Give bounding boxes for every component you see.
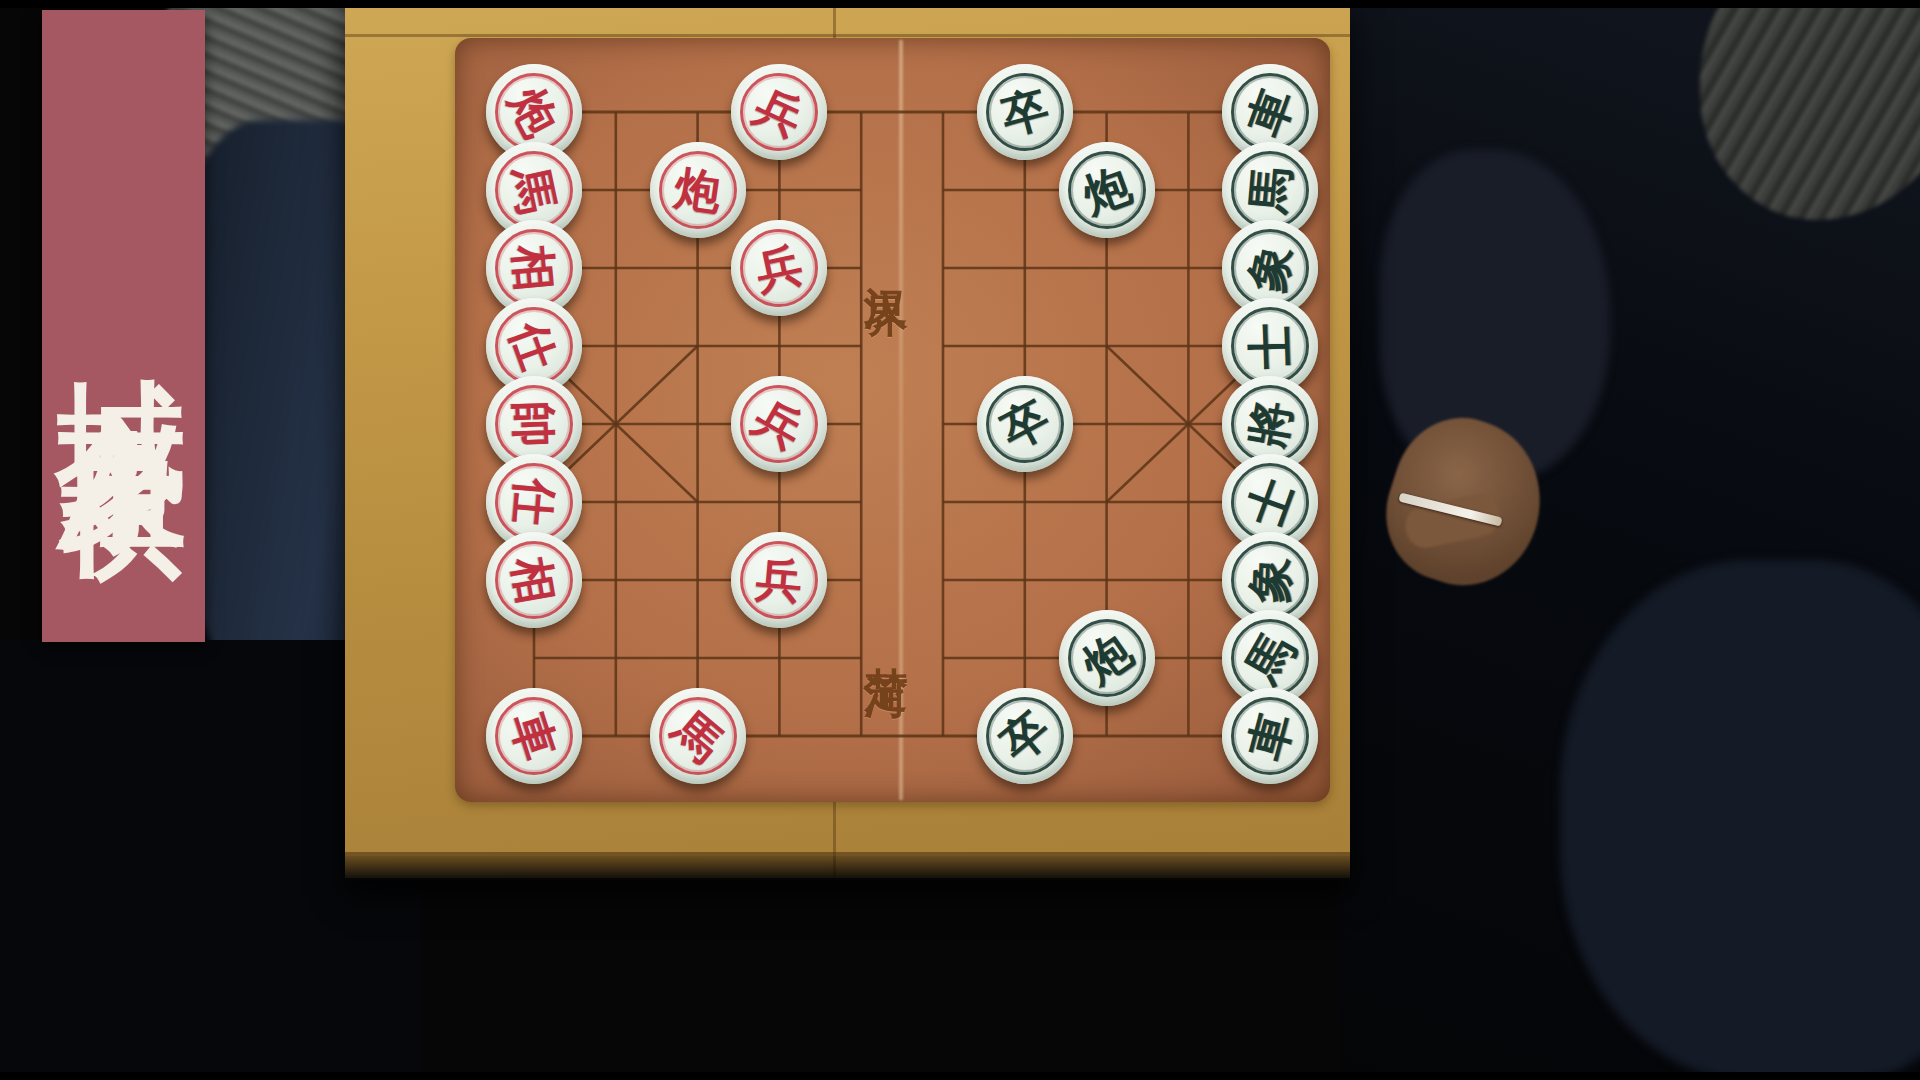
piece-red-soldier[interactable]: 兵 <box>731 376 827 472</box>
black-piece-character: 將 <box>1244 397 1297 450</box>
piece-red-soldier[interactable]: 兵 <box>731 532 827 628</box>
player-knee-right <box>1560 560 1920 1080</box>
piece-red-chariot[interactable]: 車 <box>486 688 582 784</box>
black-piece-character: 卒 <box>997 84 1053 140</box>
black-piece-ring: 車 <box>1231 697 1309 775</box>
black-piece-ring: 馬 <box>1231 151 1309 229</box>
red-piece-ring: 兵 <box>740 229 818 307</box>
red-piece-ring: 相 <box>495 541 573 619</box>
red-piece-character: 馬 <box>507 163 562 218</box>
piece-black-soldier[interactable]: 卒 <box>977 376 1073 472</box>
red-piece-ring: 馬 <box>659 697 737 775</box>
black-piece-character: 士 <box>1246 322 1294 370</box>
red-piece-character: 仕 <box>505 317 564 376</box>
black-piece-ring: 士 <box>1231 307 1309 385</box>
river-label-hanjie: 汉界 <box>878 150 932 370</box>
red-piece-character: 馬 <box>665 704 730 769</box>
red-piece-character: 仕 <box>509 477 559 527</box>
red-piece-character: 兵 <box>754 555 804 605</box>
red-piece-character: 兵 <box>748 393 811 456</box>
piece-red-elephant[interactable]: 相 <box>486 532 582 628</box>
table-edge-shadow <box>345 856 1350 880</box>
red-piece-ring: 馬 <box>495 151 573 229</box>
red-piece-character: 炮 <box>672 164 724 216</box>
table-plank-seam <box>345 34 1350 37</box>
letterbox-top <box>0 0 1920 8</box>
black-piece-character: 卒 <box>992 704 1057 769</box>
black-piece-ring: 象 <box>1231 229 1309 307</box>
red-piece-character: 兵 <box>752 241 807 296</box>
red-piece-ring: 兵 <box>740 73 818 151</box>
red-piece-ring: 相 <box>495 229 573 307</box>
black-piece-character: 象 <box>1246 556 1294 604</box>
red-piece-character: 相 <box>509 243 559 293</box>
black-piece-character: 士 <box>1241 473 1300 532</box>
piece-black-soldier[interactable]: 卒 <box>977 688 1073 784</box>
black-piece-character: 馬 <box>1245 165 1295 215</box>
title-banner: 城市象棋 <box>42 10 205 642</box>
black-piece-character: 炮 <box>1075 626 1139 690</box>
black-piece-character: 炮 <box>1077 161 1136 220</box>
video-frame: 汉界 楚河 炮馬相仕帥仕相車炮馬兵兵兵兵車馬象士將士象馬車炮炮卒卒卒 城市象棋 <box>0 0 1920 1080</box>
red-piece-character: 炮 <box>503 81 565 143</box>
piece-black-cannon[interactable]: 炮 <box>1059 610 1155 706</box>
black-piece-ring: 炮 <box>1068 619 1146 697</box>
red-piece-character: 兵 <box>749 81 810 142</box>
red-piece-ring: 車 <box>495 697 573 775</box>
black-piece-character: 卒 <box>994 393 1056 455</box>
river-label-chuhe: 楚河 <box>878 520 932 760</box>
red-piece-ring: 炮 <box>495 73 573 151</box>
piece-red-soldier[interactable]: 兵 <box>731 220 827 316</box>
black-piece-ring: 將 <box>1231 385 1309 463</box>
black-piece-character: 馬 <box>1239 627 1302 690</box>
red-piece-ring: 仕 <box>495 307 573 385</box>
black-piece-character: 象 <box>1243 241 1298 296</box>
letterbox-bottom <box>0 1072 1920 1080</box>
title-banner-text: 城市象棋 <box>60 274 188 378</box>
red-piece-ring: 仕 <box>495 463 573 541</box>
red-piece-character: 車 <box>505 707 563 765</box>
black-piece-ring: 車 <box>1231 73 1309 151</box>
piece-red-cannon[interactable]: 炮 <box>650 142 746 238</box>
red-piece-ring: 兵 <box>740 385 818 463</box>
black-piece-ring: 象 <box>1231 541 1309 619</box>
piece-black-soldier[interactable]: 卒 <box>977 64 1073 160</box>
piece-red-horse[interactable]: 馬 <box>650 688 746 784</box>
piece-black-cannon[interactable]: 炮 <box>1059 142 1155 238</box>
red-piece-ring: 帥 <box>495 385 573 463</box>
black-piece-ring: 炮 <box>1068 151 1146 229</box>
red-piece-ring: 兵 <box>740 541 818 619</box>
black-piece-ring: 卒 <box>986 73 1064 151</box>
black-piece-ring: 卒 <box>986 385 1064 463</box>
piece-black-chariot[interactable]: 車 <box>1222 688 1318 784</box>
black-piece-character: 車 <box>1241 83 1300 142</box>
black-piece-character: 車 <box>1242 708 1298 764</box>
piece-red-soldier[interactable]: 兵 <box>731 64 827 160</box>
black-piece-ring: 馬 <box>1231 619 1309 697</box>
red-piece-character: 帥 <box>510 400 558 448</box>
black-piece-ring: 士 <box>1231 463 1309 541</box>
red-piece-ring: 炮 <box>659 151 737 229</box>
black-piece-ring: 卒 <box>986 697 1064 775</box>
red-piece-character: 相 <box>507 553 560 606</box>
